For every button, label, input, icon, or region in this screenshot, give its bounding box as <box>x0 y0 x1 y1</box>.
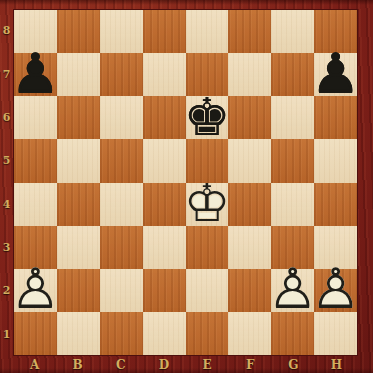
file-labels: ABCDEFGH <box>13 356 358 373</box>
white-king-fill-glyph: ♚ <box>186 182 229 225</box>
square-e8[interactable] <box>186 10 229 53</box>
file-label-e: E <box>186 356 229 373</box>
square-g4[interactable] <box>271 183 314 226</box>
square-b3[interactable] <box>57 226 100 269</box>
white-king[interactable]: ♚♔ <box>186 183 229 226</box>
file-label-h: H <box>315 356 358 373</box>
square-a6[interactable] <box>14 96 57 139</box>
square-d8[interactable] <box>143 10 186 53</box>
rank-label-4: 4 <box>0 183 13 226</box>
square-h8[interactable] <box>314 10 357 53</box>
white-pawn-fill-glyph: ♟ <box>14 268 57 311</box>
square-f1[interactable] <box>228 312 271 355</box>
rank-labels: 87654321 <box>0 9 13 356</box>
black-pawn[interactable]: ♟♙ <box>314 53 357 96</box>
black-pawn-fill-glyph: ♟ <box>314 52 357 95</box>
square-g2[interactable]: ♟♙ <box>271 269 314 312</box>
chess-board: ♟♙♟♙♚♔♚♔♟♙♟♙♟♙ <box>13 9 358 356</box>
square-e7[interactable] <box>186 53 229 96</box>
square-f4[interactable] <box>228 183 271 226</box>
square-e3[interactable] <box>186 226 229 269</box>
white-pawn-fill-glyph: ♟ <box>314 268 357 311</box>
square-b8[interactable] <box>57 10 100 53</box>
file-label-d: D <box>142 356 185 373</box>
white-pawn-outline-glyph: ♙ <box>314 268 357 311</box>
square-d6[interactable] <box>143 96 186 139</box>
white-pawn-fill-glyph: ♟ <box>271 268 314 311</box>
square-g1[interactable] <box>271 312 314 355</box>
square-c6[interactable] <box>100 96 143 139</box>
square-h4[interactable] <box>314 183 357 226</box>
file-label-a: A <box>13 356 56 373</box>
square-h6[interactable] <box>314 96 357 139</box>
rank-label-2: 2 <box>0 269 13 312</box>
rank-label-3: 3 <box>0 226 13 269</box>
square-a7[interactable]: ♟♙ <box>14 53 57 96</box>
black-pawn[interactable]: ♟♙ <box>14 53 57 96</box>
square-h3[interactable] <box>314 226 357 269</box>
square-e4[interactable]: ♚♔ <box>186 183 229 226</box>
square-b1[interactable] <box>57 312 100 355</box>
square-d5[interactable] <box>143 139 186 182</box>
square-e1[interactable] <box>186 312 229 355</box>
black-king-outline-glyph: ♔ <box>186 95 229 138</box>
square-g8[interactable] <box>271 10 314 53</box>
square-d1[interactable] <box>143 312 186 355</box>
square-h2[interactable]: ♟♙ <box>314 269 357 312</box>
square-h5[interactable] <box>314 139 357 182</box>
square-a5[interactable] <box>14 139 57 182</box>
white-pawn-outline-glyph: ♙ <box>271 268 314 311</box>
square-a4[interactable] <box>14 183 57 226</box>
square-f8[interactable] <box>228 10 271 53</box>
square-c7[interactable] <box>100 53 143 96</box>
square-e5[interactable] <box>186 139 229 182</box>
file-label-c: C <box>99 356 142 373</box>
square-c3[interactable] <box>100 226 143 269</box>
square-a8[interactable] <box>14 10 57 53</box>
rank-label-7: 7 <box>0 52 13 95</box>
square-g3[interactable] <box>271 226 314 269</box>
square-f2[interactable] <box>228 269 271 312</box>
square-a1[interactable] <box>14 312 57 355</box>
file-label-f: F <box>229 356 272 373</box>
square-f3[interactable] <box>228 226 271 269</box>
square-d7[interactable] <box>143 53 186 96</box>
square-b2[interactable] <box>57 269 100 312</box>
white-pawn[interactable]: ♟♙ <box>271 269 314 312</box>
square-c5[interactable] <box>100 139 143 182</box>
square-d3[interactable] <box>143 226 186 269</box>
square-e6[interactable]: ♚♔ <box>186 96 229 139</box>
file-label-b: B <box>56 356 99 373</box>
square-a3[interactable] <box>14 226 57 269</box>
white-pawn[interactable]: ♟♙ <box>314 269 357 312</box>
square-c8[interactable] <box>100 10 143 53</box>
rank-label-5: 5 <box>0 139 13 182</box>
square-g6[interactable] <box>271 96 314 139</box>
white-king-outline-glyph: ♔ <box>186 182 229 225</box>
square-e2[interactable] <box>186 269 229 312</box>
square-c4[interactable] <box>100 183 143 226</box>
square-f5[interactable] <box>228 139 271 182</box>
square-f6[interactable] <box>228 96 271 139</box>
square-d4[interactable] <box>143 183 186 226</box>
rank-label-8: 8 <box>0 9 13 52</box>
square-b6[interactable] <box>57 96 100 139</box>
black-king-fill-glyph: ♚ <box>186 95 229 138</box>
rank-label-6: 6 <box>0 96 13 139</box>
black-pawn-fill-glyph: ♟ <box>14 52 57 95</box>
black-king[interactable]: ♚♔ <box>186 96 229 139</box>
square-b4[interactable] <box>57 183 100 226</box>
square-c1[interactable] <box>100 312 143 355</box>
white-pawn[interactable]: ♟♙ <box>14 269 57 312</box>
white-pawn-outline-glyph: ♙ <box>14 268 57 311</box>
rank-label-1: 1 <box>0 313 13 356</box>
black-pawn-outline-glyph: ♙ <box>14 52 57 95</box>
square-b7[interactable] <box>57 53 100 96</box>
square-d2[interactable] <box>143 269 186 312</box>
file-label-g: G <box>272 356 315 373</box>
square-g5[interactable] <box>271 139 314 182</box>
square-f7[interactable] <box>228 53 271 96</box>
square-b5[interactable] <box>57 139 100 182</box>
square-h1[interactable] <box>314 312 357 355</box>
chess-board-frame: 87654321 ♟♙♟♙♚♔♚♔♟♙♟♙♟♙ ABCDEFGH <box>0 0 373 373</box>
square-a2[interactable]: ♟♙ <box>14 269 57 312</box>
square-h7[interactable]: ♟♙ <box>314 53 357 96</box>
square-c2[interactable] <box>100 269 143 312</box>
black-pawn-outline-glyph: ♙ <box>314 52 357 95</box>
square-g7[interactable] <box>271 53 314 96</box>
